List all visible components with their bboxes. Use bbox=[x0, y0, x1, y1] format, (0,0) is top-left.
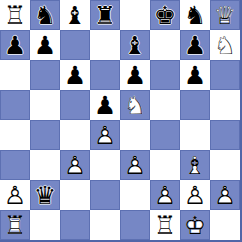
square-c8[interactable]: ♝ bbox=[60, 0, 90, 30]
square-h1[interactable] bbox=[210, 210, 240, 240]
white-pawn-icon: ♟♙ bbox=[0, 180, 30, 210]
white-bishop-icon: ♝♗ bbox=[180, 150, 210, 180]
white-rook-icon: ♜♖ bbox=[0, 210, 30, 240]
square-f6[interactable] bbox=[150, 60, 180, 90]
black-pawn-icon: ♟ bbox=[30, 30, 60, 60]
square-a8[interactable]: ♜♖ bbox=[0, 0, 30, 30]
square-b2[interactable]: ♛ bbox=[30, 180, 60, 210]
square-g5[interactable] bbox=[180, 90, 210, 120]
square-g7[interactable]: ♟ bbox=[180, 30, 210, 60]
white-queen-icon: ♛♕ bbox=[210, 0, 240, 30]
square-d8[interactable]: ♜ bbox=[90, 0, 120, 30]
white-king-icon: ♚♔ bbox=[180, 210, 210, 240]
square-g8[interactable]: ♞ bbox=[180, 0, 210, 30]
square-f2[interactable]: ♟♙ bbox=[150, 180, 180, 210]
square-h2[interactable]: ♟♙ bbox=[210, 180, 240, 210]
black-bishop-icon: ♝ bbox=[120, 30, 150, 60]
black-pawn-icon: ♟ bbox=[0, 30, 30, 60]
square-h6[interactable] bbox=[210, 60, 240, 90]
square-e2[interactable] bbox=[120, 180, 150, 210]
white-pawn-icon: ♟♙ bbox=[180, 180, 210, 210]
square-h7[interactable]: ♞♘ bbox=[210, 30, 240, 60]
white-pawn-icon: ♟♙ bbox=[90, 120, 120, 150]
square-a3[interactable] bbox=[0, 150, 30, 180]
square-b3[interactable] bbox=[30, 150, 60, 180]
black-king-icon: ♚ bbox=[150, 0, 180, 30]
square-d1[interactable] bbox=[90, 210, 120, 240]
square-g3[interactable]: ♝♗ bbox=[180, 150, 210, 180]
white-rook-icon: ♜♖ bbox=[0, 0, 30, 30]
square-g1[interactable]: ♚♔ bbox=[180, 210, 210, 240]
square-f8[interactable]: ♚ bbox=[150, 0, 180, 30]
white-pawn-icon: ♟♙ bbox=[150, 180, 180, 210]
chess-board: ♜♖♞♝♜♚♞♛♕♟♟♝♟♞♘♟♟♟♟♞♘♟♙♟♙♟♙♝♗♟♙♛♟♙♟♙♟♙♜♖… bbox=[0, 0, 242, 242]
square-a5[interactable] bbox=[0, 90, 30, 120]
black-knight-icon: ♞ bbox=[30, 0, 60, 30]
square-b7[interactable]: ♟ bbox=[30, 30, 60, 60]
square-b8[interactable]: ♞ bbox=[30, 0, 60, 30]
square-d3[interactable] bbox=[90, 150, 120, 180]
white-pawn-icon: ♟♙ bbox=[120, 150, 150, 180]
black-pawn-icon: ♟ bbox=[180, 60, 210, 90]
square-b4[interactable] bbox=[30, 120, 60, 150]
square-h3[interactable] bbox=[210, 150, 240, 180]
square-e3[interactable]: ♟♙ bbox=[120, 150, 150, 180]
square-a4[interactable] bbox=[0, 120, 30, 150]
square-e5[interactable]: ♞♘ bbox=[120, 90, 150, 120]
square-f5[interactable] bbox=[150, 90, 180, 120]
square-e8[interactable] bbox=[120, 0, 150, 30]
square-d2[interactable] bbox=[90, 180, 120, 210]
square-d6[interactable] bbox=[90, 60, 120, 90]
black-pawn-icon: ♟ bbox=[180, 30, 210, 60]
square-a1[interactable]: ♜♖ bbox=[0, 210, 30, 240]
black-knight-icon: ♞ bbox=[180, 0, 210, 30]
black-rook-icon: ♜ bbox=[90, 0, 120, 30]
square-c7[interactable] bbox=[60, 30, 90, 60]
square-e7[interactable]: ♝ bbox=[120, 30, 150, 60]
square-c5[interactable] bbox=[60, 90, 90, 120]
square-h5[interactable] bbox=[210, 90, 240, 120]
square-a7[interactable]: ♟ bbox=[0, 30, 30, 60]
square-g6[interactable]: ♟ bbox=[180, 60, 210, 90]
black-bishop-icon: ♝ bbox=[60, 0, 90, 30]
square-c3[interactable]: ♟♙ bbox=[60, 150, 90, 180]
square-c1[interactable] bbox=[60, 210, 90, 240]
square-h4[interactable] bbox=[210, 120, 240, 150]
square-c6[interactable]: ♟ bbox=[60, 60, 90, 90]
square-c2[interactable] bbox=[60, 180, 90, 210]
square-f3[interactable] bbox=[150, 150, 180, 180]
square-d7[interactable] bbox=[90, 30, 120, 60]
square-b6[interactable] bbox=[30, 60, 60, 90]
white-rook-icon: ♜♖ bbox=[150, 210, 180, 240]
square-e1[interactable] bbox=[120, 210, 150, 240]
square-d5[interactable]: ♟ bbox=[90, 90, 120, 120]
square-e4[interactable] bbox=[120, 120, 150, 150]
square-f1[interactable]: ♜♖ bbox=[150, 210, 180, 240]
square-c4[interactable] bbox=[60, 120, 90, 150]
black-pawn-icon: ♟ bbox=[60, 60, 90, 90]
black-pawn-icon: ♟ bbox=[90, 90, 120, 120]
square-f4[interactable] bbox=[150, 120, 180, 150]
square-a6[interactable] bbox=[0, 60, 30, 90]
square-h8[interactable]: ♛♕ bbox=[210, 0, 240, 30]
white-pawn-icon: ♟♙ bbox=[210, 180, 240, 210]
square-g4[interactable] bbox=[180, 120, 210, 150]
square-b5[interactable] bbox=[30, 90, 60, 120]
square-d4[interactable]: ♟♙ bbox=[90, 120, 120, 150]
black-pawn-icon: ♟ bbox=[120, 60, 150, 90]
square-e6[interactable]: ♟ bbox=[120, 60, 150, 90]
white-pawn-icon: ♟♙ bbox=[60, 150, 90, 180]
square-g2[interactable]: ♟♙ bbox=[180, 180, 210, 210]
black-queen-icon: ♛ bbox=[30, 180, 60, 210]
square-a2[interactable]: ♟♙ bbox=[0, 180, 30, 210]
square-f7[interactable] bbox=[150, 30, 180, 60]
white-knight-icon: ♞♘ bbox=[210, 30, 240, 60]
square-b1[interactable] bbox=[30, 210, 60, 240]
white-knight-icon: ♞♘ bbox=[120, 90, 150, 120]
